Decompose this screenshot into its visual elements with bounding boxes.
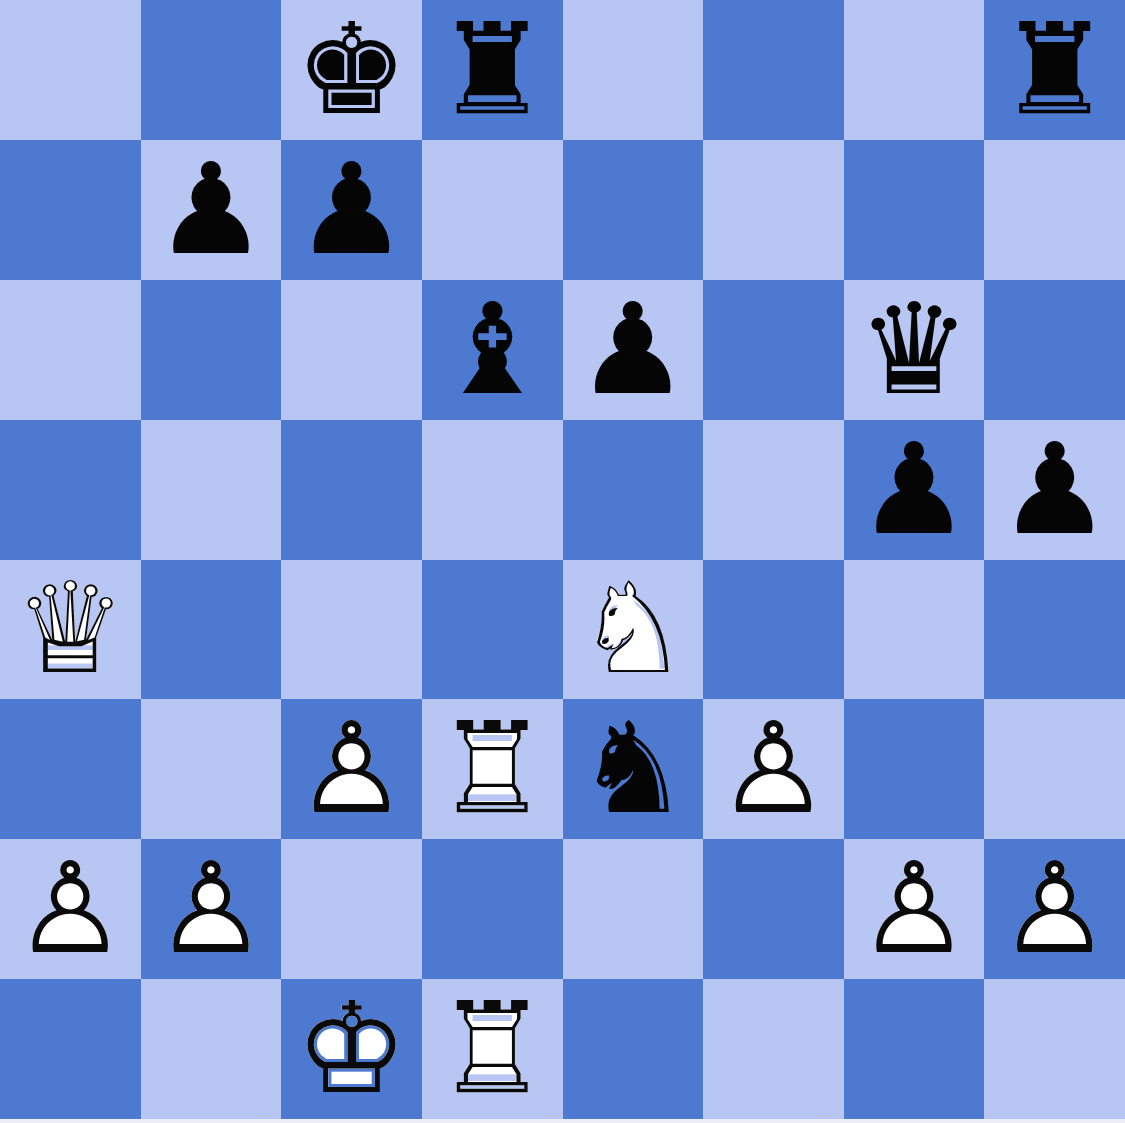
black-pawn-icon: ♟ [563, 280, 704, 420]
piece-white-pawn-f3[interactable]: ♟♙ [703, 699, 844, 839]
square-h5[interactable]: ♟ [984, 420, 1125, 560]
square-a2[interactable]: ♟♙ [0, 839, 141, 979]
square-a4[interactable]: ♛♕ [0, 560, 141, 700]
black-pawn-icon: ♟ [984, 420, 1125, 560]
square-f2[interactable] [703, 839, 844, 979]
square-g8[interactable] [844, 0, 985, 140]
white-rook-outline-icon: ♖ [422, 979, 563, 1119]
square-b5[interactable] [141, 420, 282, 560]
black-rook-icon: ♜ [422, 0, 563, 140]
square-h2[interactable]: ♟♙ [984, 839, 1125, 979]
black-queen-icon: ♛ [844, 280, 985, 420]
square-b4[interactable] [141, 560, 282, 700]
piece-black-pawn-e6[interactable]: ♟ [563, 280, 704, 420]
square-e5[interactable] [563, 420, 704, 560]
square-d8[interactable]: ♜ [422, 0, 563, 140]
piece-black-pawn-g5[interactable]: ♟ [844, 420, 985, 560]
square-h7[interactable] [984, 140, 1125, 280]
piece-black-pawn-b7[interactable]: ♟ [141, 140, 282, 280]
chess-board: ♚♜♜♟♟♝♟♛♟♟♛♕♞♘♟♙♜♖♞♟♙♟♙♟♙♟♙♟♙♚♔♜♖ [0, 0, 1125, 1119]
piece-white-pawn-c3[interactable]: ♟♙ [281, 699, 422, 839]
square-b3[interactable] [141, 699, 282, 839]
square-e4[interactable]: ♞♘ [563, 560, 704, 700]
square-a5[interactable] [0, 420, 141, 560]
square-d4[interactable] [422, 560, 563, 700]
square-c2[interactable] [281, 839, 422, 979]
square-d6[interactable]: ♝ [422, 280, 563, 420]
piece-white-pawn-a2[interactable]: ♟♙ [0, 839, 141, 979]
white-rook-outline-icon: ♖ [422, 699, 563, 839]
black-bishop-icon: ♝ [422, 280, 563, 420]
square-c4[interactable] [281, 560, 422, 700]
square-c1[interactable]: ♚♔ [281, 979, 422, 1119]
piece-white-king-c1[interactable]: ♚♔ [281, 979, 422, 1119]
square-b2[interactable]: ♟♙ [141, 839, 282, 979]
white-pawn-outline-icon: ♙ [844, 839, 985, 979]
white-pawn-outline-icon: ♙ [141, 839, 282, 979]
square-f6[interactable] [703, 280, 844, 420]
square-f1[interactable] [703, 979, 844, 1119]
black-king-icon: ♚ [281, 0, 422, 140]
square-b7[interactable]: ♟ [141, 140, 282, 280]
square-g1[interactable] [844, 979, 985, 1119]
square-c8[interactable]: ♚ [281, 0, 422, 140]
black-knight-icon: ♞ [563, 699, 704, 839]
white-pawn-outline-icon: ♙ [703, 699, 844, 839]
square-g2[interactable]: ♟♙ [844, 839, 985, 979]
square-d7[interactable] [422, 140, 563, 280]
black-pawn-icon: ♟ [281, 140, 422, 280]
square-f3[interactable]: ♟♙ [703, 699, 844, 839]
white-knight-outline-icon: ♘ [563, 560, 704, 700]
piece-black-rook-d8[interactable]: ♜ [422, 0, 563, 140]
square-c6[interactable] [281, 280, 422, 420]
square-e7[interactable] [563, 140, 704, 280]
white-pawn-outline-icon: ♙ [0, 839, 141, 979]
piece-black-queen-g6[interactable]: ♛ [844, 280, 985, 420]
square-a3[interactable] [0, 699, 141, 839]
piece-white-queen-a4[interactable]: ♛♕ [0, 560, 141, 700]
square-e6[interactable]: ♟ [563, 280, 704, 420]
square-g7[interactable] [844, 140, 985, 280]
square-b8[interactable] [141, 0, 282, 140]
square-f4[interactable] [703, 560, 844, 700]
square-g5[interactable]: ♟ [844, 420, 985, 560]
square-e1[interactable] [563, 979, 704, 1119]
square-h4[interactable] [984, 560, 1125, 700]
piece-white-rook-d3[interactable]: ♜♖ [422, 699, 563, 839]
square-e2[interactable] [563, 839, 704, 979]
white-pawn-outline-icon: ♙ [984, 839, 1125, 979]
piece-white-knight-e4[interactable]: ♞♘ [563, 560, 704, 700]
piece-black-pawn-h5[interactable]: ♟ [984, 420, 1125, 560]
square-a8[interactable] [0, 0, 141, 140]
square-f7[interactable] [703, 140, 844, 280]
square-d1[interactable]: ♜♖ [422, 979, 563, 1119]
piece-black-pawn-c7[interactable]: ♟ [281, 140, 422, 280]
square-e3[interactable]: ♞ [563, 699, 704, 839]
piece-black-rook-h8[interactable]: ♜ [984, 0, 1125, 140]
piece-black-king-c8[interactable]: ♚ [281, 0, 422, 140]
piece-black-knight-e3[interactable]: ♞ [563, 699, 704, 839]
square-f8[interactable] [703, 0, 844, 140]
square-h1[interactable] [984, 979, 1125, 1119]
black-pawn-icon: ♟ [141, 140, 282, 280]
white-pawn-outline-icon: ♙ [281, 699, 422, 839]
black-rook-icon: ♜ [984, 0, 1125, 140]
square-g4[interactable] [844, 560, 985, 700]
square-a1[interactable] [0, 979, 141, 1119]
square-g6[interactable]: ♛ [844, 280, 985, 420]
square-c3[interactable]: ♟♙ [281, 699, 422, 839]
square-a6[interactable] [0, 280, 141, 420]
square-b1[interactable] [141, 979, 282, 1119]
square-b6[interactable] [141, 280, 282, 420]
square-c7[interactable]: ♟ [281, 140, 422, 280]
square-a7[interactable] [0, 140, 141, 280]
white-queen-outline-icon: ♕ [0, 560, 141, 700]
piece-white-pawn-b2[interactable]: ♟♙ [141, 839, 282, 979]
piece-black-bishop-d6[interactable]: ♝ [422, 280, 563, 420]
black-pawn-icon: ♟ [844, 420, 985, 560]
square-f5[interactable] [703, 420, 844, 560]
piece-white-pawn-h2[interactable]: ♟♙ [984, 839, 1125, 979]
square-h6[interactable] [984, 280, 1125, 420]
square-c5[interactable] [281, 420, 422, 560]
square-h3[interactable] [984, 699, 1125, 839]
square-g3[interactable] [844, 699, 985, 839]
piece-white-pawn-g2[interactable]: ♟♙ [844, 839, 985, 979]
square-d2[interactable] [422, 839, 563, 979]
square-d5[interactable] [422, 420, 563, 560]
piece-white-rook-d1[interactable]: ♜♖ [422, 979, 563, 1119]
page-background-strip [0, 1119, 1125, 1123]
square-d3[interactable]: ♜♖ [422, 699, 563, 839]
square-h8[interactable]: ♜ [984, 0, 1125, 140]
square-e8[interactable] [563, 0, 704, 140]
white-king-outline-icon: ♔ [281, 979, 422, 1119]
